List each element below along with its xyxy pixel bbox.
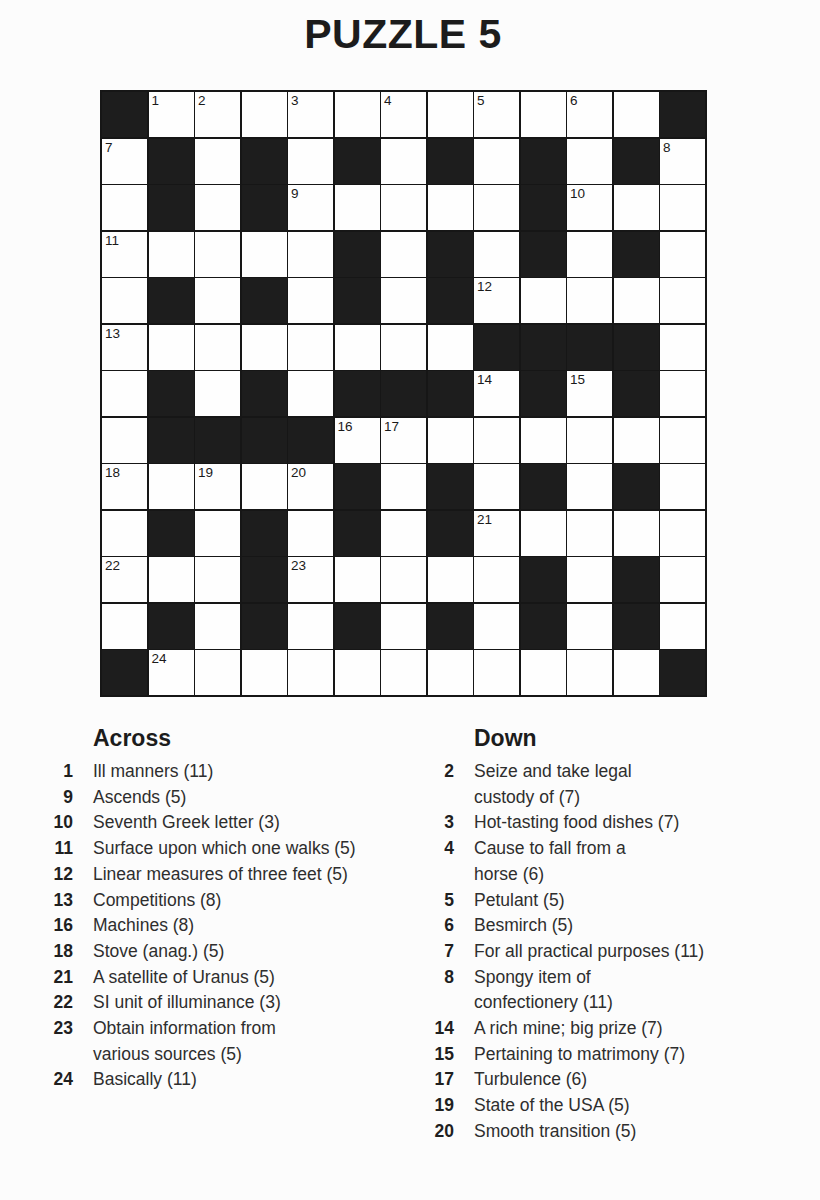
white-cell[interactable]: 8	[660, 139, 705, 184]
black-cell	[288, 418, 333, 463]
clue-number: 14	[424, 1016, 454, 1042]
down-clue-15: 15Pertaining to matrimony (7)	[424, 1042, 794, 1068]
white-cell[interactable]	[521, 418, 566, 463]
down-clue-17: 17Turbulence (6)	[424, 1067, 794, 1093]
clue-section: Across 1Ill manners (11)9Ascends (5)10Se…	[0, 725, 820, 1145]
cell-number: 22	[105, 558, 120, 574]
cell-number: 17	[384, 419, 399, 435]
down-heading: Down	[474, 725, 794, 752]
cell-number: 4	[384, 93, 392, 109]
cell-number: 20	[291, 465, 306, 481]
white-cell[interactable]	[660, 325, 705, 370]
clue-text: State of the USA (5)	[474, 1093, 794, 1119]
white-cell[interactable]	[288, 511, 333, 556]
cell-number: 15	[570, 372, 585, 388]
page-title: PUZZLE 5	[100, 12, 706, 56]
black-cell	[381, 371, 426, 416]
white-cell[interactable]	[288, 650, 333, 695]
white-cell[interactable]	[195, 604, 240, 649]
across-clue-list: 1Ill manners (11)9Ascends (5)10Seventh G…	[43, 759, 383, 1093]
down-clue-2: 2Seize and take legalcustody of (7)	[424, 759, 794, 810]
white-cell[interactable]	[381, 650, 426, 695]
white-cell[interactable]	[660, 278, 705, 323]
across-clue-9: 9Ascends (5)	[43, 785, 383, 811]
white-cell[interactable]: 4	[381, 92, 426, 137]
black-cell	[474, 325, 519, 370]
black-cell	[335, 511, 380, 556]
black-cell	[660, 650, 705, 695]
clue-text: Petulant (5)	[474, 888, 794, 914]
white-cell[interactable]	[567, 139, 612, 184]
white-cell[interactable]	[195, 511, 240, 556]
across-clues: Across 1Ill manners (11)9Ascends (5)10Se…	[43, 725, 383, 1145]
clue-text: Linear measures of three feet (5)	[93, 862, 383, 888]
white-cell[interactable]	[474, 650, 519, 695]
white-cell[interactable]	[474, 464, 519, 509]
white-cell[interactable]	[614, 278, 659, 323]
black-cell	[521, 557, 566, 602]
white-cell[interactable]	[149, 464, 194, 509]
black-cell	[149, 139, 194, 184]
white-cell[interactable]	[614, 511, 659, 556]
white-cell[interactable]	[195, 278, 240, 323]
across-clue-24: 24Basically (11)	[43, 1067, 383, 1093]
clue-number: 3	[424, 810, 454, 836]
clue-number: 13	[43, 888, 73, 914]
black-cell	[521, 371, 566, 416]
white-cell[interactable]: 24	[149, 650, 194, 695]
across-clue-22: 22SI unit of illuminance (3)	[43, 990, 383, 1016]
white-cell[interactable]	[288, 604, 333, 649]
black-cell	[335, 139, 380, 184]
white-cell[interactable]	[521, 278, 566, 323]
cell-number: 6	[570, 93, 578, 109]
across-clue-23: 23Obtain information fromvarious sources…	[43, 1016, 383, 1067]
clue-text: Cause to fall from ahorse (6)	[474, 836, 794, 887]
black-cell	[102, 650, 147, 695]
black-cell	[521, 464, 566, 509]
white-cell[interactable]	[288, 232, 333, 277]
clue-text: Stove (anag.) (5)	[93, 939, 383, 965]
black-cell	[428, 278, 473, 323]
white-cell[interactable]	[242, 650, 287, 695]
across-clue-21: 21A satellite of Uranus (5)	[43, 965, 383, 991]
clue-text: SI unit of illuminance (3)	[93, 990, 383, 1016]
cell-number: 11	[105, 233, 119, 249]
black-cell	[614, 464, 659, 509]
clue-text: Ascends (5)	[93, 785, 383, 811]
white-cell[interactable]	[614, 92, 659, 137]
white-cell[interactable]	[102, 418, 147, 463]
black-cell	[335, 604, 380, 649]
white-cell[interactable]	[614, 185, 659, 230]
clue-text: Pertaining to matrimony (7)	[474, 1042, 794, 1068]
black-cell	[521, 139, 566, 184]
down-clue-3: 3Hot-tasting food dishes (7)	[424, 810, 794, 836]
white-cell[interactable]	[428, 325, 473, 370]
white-cell[interactable]	[102, 278, 147, 323]
black-cell	[242, 139, 287, 184]
white-cell[interactable]	[521, 650, 566, 695]
clue-text: Hot-tasting food dishes (7)	[474, 810, 794, 836]
across-clue-11: 11Surface upon which one walks (5)	[43, 836, 383, 862]
black-cell	[242, 604, 287, 649]
across-clue-18: 18Stove (anag.) (5)	[43, 939, 383, 965]
white-cell[interactable]	[381, 325, 426, 370]
cell-number: 13	[105, 326, 120, 342]
clue-number: 20	[424, 1119, 454, 1145]
black-cell	[521, 604, 566, 649]
cell-number: 5	[477, 93, 485, 109]
black-cell	[428, 511, 473, 556]
white-cell[interactable]	[660, 232, 705, 277]
white-cell[interactable]	[567, 278, 612, 323]
white-cell[interactable]	[195, 371, 240, 416]
down-clue-7: 7For all practical purposes (11)	[424, 939, 794, 965]
white-cell[interactable]	[335, 557, 380, 602]
white-cell[interactable]: 11	[102, 232, 147, 277]
clue-text: Obtain information fromvarious sources (…	[93, 1016, 383, 1067]
white-cell[interactable]: 23	[288, 557, 333, 602]
clue-text: Ill manners (11)	[93, 759, 383, 785]
cell-number: 2	[198, 93, 206, 109]
black-cell	[242, 371, 287, 416]
white-cell[interactable]	[335, 92, 380, 137]
white-cell[interactable]	[474, 418, 519, 463]
white-cell[interactable]	[242, 92, 287, 137]
white-cell[interactable]	[381, 557, 426, 602]
black-cell	[614, 371, 659, 416]
black-cell	[521, 185, 566, 230]
black-cell	[149, 418, 194, 463]
clue-text: Machines (8)	[93, 913, 383, 939]
white-cell[interactable]	[660, 604, 705, 649]
black-cell	[149, 604, 194, 649]
black-cell	[335, 278, 380, 323]
white-cell[interactable]: 13	[102, 325, 147, 370]
across-clue-1: 1Ill manners (11)	[43, 759, 383, 785]
black-cell	[614, 139, 659, 184]
white-cell[interactable]	[428, 92, 473, 137]
cell-number: 14	[477, 372, 492, 388]
white-cell[interactable]	[381, 464, 426, 509]
cell-number: 1	[152, 93, 160, 109]
clue-number: 17	[424, 1067, 454, 1093]
white-cell[interactable]: 21	[474, 511, 519, 556]
white-cell[interactable]	[660, 511, 705, 556]
white-cell[interactable]	[567, 604, 612, 649]
clue-text: A rich mine; big prize (7)	[474, 1016, 794, 1042]
black-cell	[335, 371, 380, 416]
cell-number: 16	[338, 419, 353, 435]
white-cell[interactable]	[102, 511, 147, 556]
down-clue-list: 2Seize and take legalcustody of (7)3Hot-…	[424, 759, 794, 1145]
white-cell[interactable]	[195, 185, 240, 230]
clue-number: 1	[43, 759, 73, 785]
white-cell[interactable]	[567, 464, 612, 509]
clue-text: Seventh Greek letter (3)	[93, 810, 383, 836]
clue-text: Smooth transition (5)	[474, 1119, 794, 1145]
black-cell	[242, 557, 287, 602]
white-cell[interactable]	[614, 650, 659, 695]
clue-number: 6	[424, 913, 454, 939]
white-cell[interactable]	[474, 232, 519, 277]
cell-number: 3	[291, 93, 299, 109]
black-cell	[428, 604, 473, 649]
white-cell[interactable]: 15	[567, 371, 612, 416]
black-cell	[242, 418, 287, 463]
clue-number: 21	[43, 965, 73, 991]
clue-number: 15	[424, 1042, 454, 1068]
clue-number: 4	[424, 836, 454, 887]
white-cell[interactable]	[428, 185, 473, 230]
clue-text: Basically (11)	[93, 1067, 383, 1093]
black-cell	[521, 325, 566, 370]
white-cell[interactable]	[474, 557, 519, 602]
across-clue-12: 12Linear measures of three feet (5)	[43, 862, 383, 888]
clue-number: 19	[424, 1093, 454, 1119]
white-cell[interactable]	[474, 185, 519, 230]
black-cell	[149, 185, 194, 230]
down-clue-20: 20Smooth transition (5)	[424, 1119, 794, 1145]
down-clue-14: 14A rich mine; big prize (7)	[424, 1016, 794, 1042]
white-cell[interactable]	[614, 418, 659, 463]
clue-text: Turbulence (6)	[474, 1067, 794, 1093]
white-cell[interactable]	[381, 185, 426, 230]
white-cell[interactable]	[567, 557, 612, 602]
down-clues: Down 2Seize and take legalcustody of (7)…	[424, 725, 794, 1145]
clue-number: 10	[43, 810, 73, 836]
white-cell[interactable]: 3	[288, 92, 333, 137]
white-cell[interactable]: 16	[335, 418, 380, 463]
white-cell[interactable]: 18	[102, 464, 147, 509]
white-cell[interactable]: 2	[195, 92, 240, 137]
clue-number: 5	[424, 888, 454, 914]
down-clue-19: 19State of the USA (5)	[424, 1093, 794, 1119]
white-cell[interactable]	[195, 650, 240, 695]
white-cell[interactable]	[381, 278, 426, 323]
across-clue-10: 10Seventh Greek letter (3)	[43, 810, 383, 836]
clue-number: 16	[43, 913, 73, 939]
white-cell[interactable]	[242, 325, 287, 370]
black-cell	[428, 139, 473, 184]
black-cell	[614, 604, 659, 649]
cell-number: 8	[663, 140, 671, 156]
white-cell[interactable]	[288, 325, 333, 370]
black-cell	[567, 325, 612, 370]
white-cell[interactable]: 7	[102, 139, 147, 184]
black-cell	[195, 418, 240, 463]
white-cell[interactable]: 22	[102, 557, 147, 602]
cell-number: 9	[291, 186, 299, 202]
white-cell[interactable]	[288, 371, 333, 416]
black-cell	[149, 511, 194, 556]
clue-number: 7	[424, 939, 454, 965]
clue-text: Competitions (8)	[93, 888, 383, 914]
down-clue-8: 8Spongy item ofconfectionery (11)	[424, 965, 794, 1016]
clue-number: 23	[43, 1016, 73, 1067]
clue-number: 18	[43, 939, 73, 965]
white-cell[interactable]	[195, 139, 240, 184]
black-cell	[102, 92, 147, 137]
black-cell	[428, 232, 473, 277]
white-cell[interactable]	[567, 418, 612, 463]
white-cell[interactable]: 1	[149, 92, 194, 137]
black-cell	[660, 92, 705, 137]
white-cell[interactable]	[102, 185, 147, 230]
white-cell[interactable]	[288, 278, 333, 323]
white-cell[interactable]	[474, 604, 519, 649]
clue-text: A satellite of Uranus (5)	[93, 965, 383, 991]
clue-text: For all practical purposes (11)	[474, 939, 794, 965]
white-cell[interactable]	[521, 92, 566, 137]
white-cell[interactable]: 14	[474, 371, 519, 416]
down-clue-4: 4Cause to fall from ahorse (6)	[424, 836, 794, 887]
white-cell[interactable]	[474, 139, 519, 184]
clue-number: 24	[43, 1067, 73, 1093]
clue-text: Surface upon which one walks (5)	[93, 836, 383, 862]
black-cell	[521, 232, 566, 277]
clue-number: 11	[43, 836, 73, 862]
white-cell[interactable]: 6	[567, 92, 612, 137]
white-cell[interactable]	[149, 557, 194, 602]
cell-number: 7	[105, 140, 113, 156]
white-cell[interactable]: 5	[474, 92, 519, 137]
black-cell	[335, 232, 380, 277]
clue-text: Spongy item ofconfectionery (11)	[474, 965, 794, 1016]
white-cell[interactable]	[428, 557, 473, 602]
white-cell[interactable]	[195, 325, 240, 370]
black-cell	[428, 464, 473, 509]
white-cell[interactable]	[102, 371, 147, 416]
crossword-grid: 123456789101112131415161718192021222324	[100, 90, 707, 697]
black-cell	[242, 278, 287, 323]
white-cell[interactable]	[660, 371, 705, 416]
white-cell[interactable]	[660, 464, 705, 509]
white-cell[interactable]	[335, 650, 380, 695]
white-cell[interactable]	[428, 418, 473, 463]
cell-number: 10	[570, 186, 585, 202]
across-heading: Across	[93, 725, 383, 752]
white-cell[interactable]: 20	[288, 464, 333, 509]
clue-text: Seize and take legalcustody of (7)	[474, 759, 794, 810]
down-clue-5: 5Petulant (5)	[424, 888, 794, 914]
clue-text: Besmirch (5)	[474, 913, 794, 939]
white-cell[interactable]	[381, 604, 426, 649]
white-cell[interactable]	[567, 232, 612, 277]
white-cell[interactable]: 10	[567, 185, 612, 230]
white-cell[interactable]	[567, 650, 612, 695]
white-cell[interactable]	[567, 511, 612, 556]
white-cell[interactable]: 12	[474, 278, 519, 323]
cell-number: 19	[198, 465, 213, 481]
white-cell[interactable]: 9	[288, 185, 333, 230]
white-cell[interactable]	[288, 139, 333, 184]
white-cell[interactable]	[660, 557, 705, 602]
clue-number: 2	[424, 759, 454, 810]
cell-number: 21	[477, 512, 492, 528]
white-cell[interactable]	[242, 232, 287, 277]
clue-number: 12	[43, 862, 73, 888]
black-cell	[149, 371, 194, 416]
clue-number: 9	[43, 785, 73, 811]
white-cell[interactable]	[428, 650, 473, 695]
white-cell[interactable]	[381, 232, 426, 277]
cell-number: 24	[152, 651, 167, 667]
down-clue-6: 6Besmirch (5)	[424, 913, 794, 939]
black-cell	[242, 185, 287, 230]
black-cell	[614, 232, 659, 277]
white-cell[interactable]	[242, 464, 287, 509]
white-cell[interactable]	[335, 185, 380, 230]
black-cell	[335, 464, 380, 509]
white-cell[interactable]	[149, 232, 194, 277]
cell-number: 18	[105, 465, 120, 481]
white-cell[interactable]	[195, 557, 240, 602]
white-cell[interactable]	[660, 185, 705, 230]
white-cell[interactable]	[195, 232, 240, 277]
black-cell	[614, 557, 659, 602]
clue-number: 8	[424, 965, 454, 1016]
black-cell	[242, 511, 287, 556]
white-cell[interactable]	[381, 139, 426, 184]
black-cell	[149, 278, 194, 323]
white-cell[interactable]	[521, 511, 566, 556]
white-cell[interactable]: 19	[195, 464, 240, 509]
black-cell	[614, 325, 659, 370]
across-clue-13: 13Competitions (8)	[43, 888, 383, 914]
cell-number: 23	[291, 558, 306, 574]
across-clue-16: 16Machines (8)	[43, 913, 383, 939]
white-cell[interactable]	[335, 325, 380, 370]
white-cell[interactable]: 17	[381, 418, 426, 463]
black-cell	[428, 371, 473, 416]
white-cell[interactable]	[149, 325, 194, 370]
white-cell[interactable]	[381, 511, 426, 556]
cell-number: 12	[477, 279, 492, 295]
white-cell[interactable]	[660, 418, 705, 463]
clue-number: 22	[43, 990, 73, 1016]
white-cell[interactable]	[102, 604, 147, 649]
